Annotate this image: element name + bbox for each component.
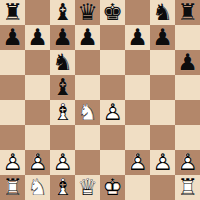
chess-board: ♜♝♛♚♞♜♟♟♟♟♟♟♞♟♝♝♗♞♘♟♙♟♙♟♙♟♙♟♙♟♙♟♙♜♖♞♘♝♗♛… (0, 0, 200, 200)
black-knight-piece[interactable]: ♞ (50, 50, 75, 75)
square-c6[interactable]: ♞ (50, 50, 75, 75)
square-h6[interactable]: ♟ (175, 50, 200, 75)
square-f4[interactable] (125, 100, 150, 125)
white-knight-piece[interactable]: ♞♘ (75, 100, 100, 125)
black-rook-glyph: ♜ (175, 0, 200, 25)
square-c1[interactable]: ♝♗ (50, 175, 75, 200)
square-b3[interactable] (25, 125, 50, 150)
square-a4[interactable] (0, 100, 25, 125)
black-pawn-piece[interactable]: ♟ (50, 25, 75, 50)
square-d1[interactable]: ♛♕ (75, 175, 100, 200)
square-e5[interactable] (100, 75, 125, 100)
white-king-piece[interactable]: ♚♔ (100, 175, 125, 200)
white-pawn-piece[interactable]: ♟♙ (100, 100, 125, 125)
square-h3[interactable] (175, 125, 200, 150)
square-g7[interactable]: ♟ (150, 25, 175, 50)
square-h2[interactable]: ♟♙ (175, 150, 200, 175)
square-e1[interactable]: ♚♔ (100, 175, 125, 200)
square-b4[interactable] (25, 100, 50, 125)
square-a7[interactable]: ♟ (0, 25, 25, 50)
square-c7[interactable]: ♟ (50, 25, 75, 50)
square-d5[interactable] (75, 75, 100, 100)
white-pawn-piece[interactable]: ♟♙ (0, 150, 25, 175)
white-rook-piece[interactable]: ♜♖ (0, 175, 25, 200)
square-a2[interactable]: ♟♙ (0, 150, 25, 175)
white-pawn-outline: ♙ (100, 100, 125, 125)
white-pawn-outline: ♙ (175, 150, 200, 175)
square-g3[interactable] (150, 125, 175, 150)
square-d8[interactable]: ♛ (75, 0, 100, 25)
black-rook-piece[interactable]: ♜ (175, 0, 200, 25)
square-h5[interactable] (175, 75, 200, 100)
black-knight-piece[interactable]: ♞ (150, 0, 175, 25)
white-pawn-outline: ♙ (125, 150, 150, 175)
square-f1[interactable] (125, 175, 150, 200)
white-pawn-piece[interactable]: ♟♙ (150, 150, 175, 175)
white-rook-outline: ♖ (0, 175, 25, 200)
square-a8[interactable]: ♜ (0, 0, 25, 25)
square-g8[interactable]: ♞ (150, 0, 175, 25)
black-pawn-glyph: ♟ (75, 25, 100, 50)
black-knight-glyph: ♞ (150, 0, 175, 25)
square-d3[interactable] (75, 125, 100, 150)
square-g5[interactable] (150, 75, 175, 100)
black-bishop-glyph: ♝ (50, 75, 75, 100)
black-queen-piece[interactable]: ♛ (75, 0, 100, 25)
square-e6[interactable] (100, 50, 125, 75)
black-pawn-glyph: ♟ (125, 25, 150, 50)
square-f5[interactable] (125, 75, 150, 100)
white-pawn-piece[interactable]: ♟♙ (175, 150, 200, 175)
square-a6[interactable] (0, 50, 25, 75)
square-b5[interactable] (25, 75, 50, 100)
black-pawn-glyph: ♟ (50, 25, 75, 50)
square-g1[interactable] (150, 175, 175, 200)
square-b8[interactable] (25, 0, 50, 25)
square-h4[interactable] (175, 100, 200, 125)
white-knight-outline: ♘ (75, 100, 100, 125)
white-pawn-outline: ♙ (50, 150, 75, 175)
square-c3[interactable] (50, 125, 75, 150)
black-pawn-piece[interactable]: ♟ (75, 25, 100, 50)
square-d7[interactable]: ♟ (75, 25, 100, 50)
square-c5[interactable]: ♝ (50, 75, 75, 100)
square-h8[interactable]: ♜ (175, 0, 200, 25)
black-pawn-piece[interactable]: ♟ (25, 25, 50, 50)
square-e4[interactable]: ♟♙ (100, 100, 125, 125)
black-pawn-piece[interactable]: ♟ (125, 25, 150, 50)
square-b7[interactable]: ♟ (25, 25, 50, 50)
black-pawn-glyph: ♟ (175, 50, 200, 75)
black-bishop-piece[interactable]: ♝ (50, 75, 75, 100)
white-rook-piece[interactable]: ♜♖ (175, 175, 200, 200)
black-pawn-glyph: ♟ (25, 25, 50, 50)
white-pawn-piece[interactable]: ♟♙ (50, 150, 75, 175)
square-g2[interactable]: ♟♙ (150, 150, 175, 175)
square-f6[interactable] (125, 50, 150, 75)
square-a3[interactable] (0, 125, 25, 150)
white-rook-outline: ♖ (175, 175, 200, 200)
square-b1[interactable]: ♞♘ (25, 175, 50, 200)
square-d2[interactable] (75, 150, 100, 175)
square-d6[interactable] (75, 50, 100, 75)
white-pawn-piece[interactable]: ♟♙ (25, 150, 50, 175)
black-pawn-piece[interactable]: ♟ (175, 50, 200, 75)
white-knight-outline: ♘ (25, 175, 50, 200)
white-knight-piece[interactable]: ♞♘ (25, 175, 50, 200)
square-e7[interactable] (100, 25, 125, 50)
square-h7[interactable] (175, 25, 200, 50)
black-knight-glyph: ♞ (50, 50, 75, 75)
white-pawn-outline: ♙ (0, 150, 25, 175)
square-a5[interactable] (0, 75, 25, 100)
square-e2[interactable] (100, 150, 125, 175)
white-bishop-outline: ♗ (50, 175, 75, 200)
white-king-outline: ♔ (100, 175, 125, 200)
square-c4[interactable]: ♝♗ (50, 100, 75, 125)
black-rook-glyph: ♜ (0, 0, 25, 25)
square-b6[interactable] (25, 50, 50, 75)
square-c2[interactable]: ♟♙ (50, 150, 75, 175)
square-b2[interactable]: ♟♙ (25, 150, 50, 175)
square-e8[interactable]: ♚ (100, 0, 125, 25)
white-bishop-piece[interactable]: ♝♗ (50, 175, 75, 200)
square-f7[interactable]: ♟ (125, 25, 150, 50)
square-f8[interactable] (125, 0, 150, 25)
square-a1[interactable]: ♜♖ (0, 175, 25, 200)
white-queen-outline: ♕ (75, 175, 100, 200)
square-d4[interactable]: ♞♘ (75, 100, 100, 125)
black-pawn-glyph: ♟ (150, 25, 175, 50)
square-c8[interactable]: ♝ (50, 0, 75, 25)
square-f2[interactable]: ♟♙ (125, 150, 150, 175)
white-pawn-outline: ♙ (150, 150, 175, 175)
black-bishop-glyph: ♝ (50, 0, 75, 25)
square-h1[interactable]: ♜♖ (175, 175, 200, 200)
square-e3[interactable] (100, 125, 125, 150)
white-bishop-outline: ♗ (50, 100, 75, 125)
black-rook-piece[interactable]: ♜ (0, 0, 25, 25)
square-g4[interactable] (150, 100, 175, 125)
black-pawn-glyph: ♟ (0, 25, 25, 50)
black-pawn-piece[interactable]: ♟ (150, 25, 175, 50)
white-pawn-outline: ♙ (25, 150, 50, 175)
white-bishop-piece[interactable]: ♝♗ (50, 100, 75, 125)
black-king-glyph: ♚ (100, 0, 125, 25)
white-pawn-piece[interactable]: ♟♙ (125, 150, 150, 175)
black-queen-glyph: ♛ (75, 0, 100, 25)
black-bishop-piece[interactable]: ♝ (50, 0, 75, 25)
black-pawn-piece[interactable]: ♟ (0, 25, 25, 50)
square-g6[interactable] (150, 50, 175, 75)
black-king-piece[interactable]: ♚ (100, 0, 125, 25)
white-queen-piece[interactable]: ♛♕ (75, 175, 100, 200)
square-f3[interactable] (125, 125, 150, 150)
